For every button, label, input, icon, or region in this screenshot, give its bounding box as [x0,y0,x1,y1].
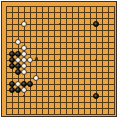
go-board-screenshot: A [0,0,120,120]
go-board[interactable]: A [1,1,117,117]
point-label-A: A [34,58,38,64]
